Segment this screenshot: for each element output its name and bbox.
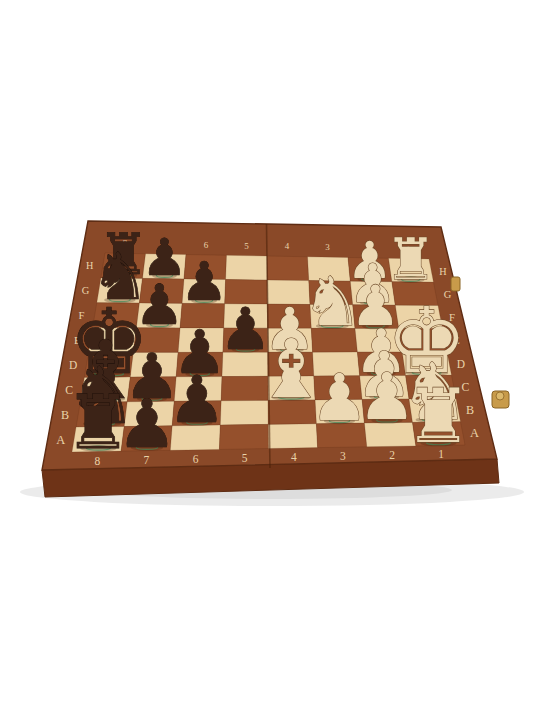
rank-label-far-3: 3: [325, 242, 330, 252]
rank-label-far-6: 6: [204, 240, 209, 250]
rank-label-near-4: 4: [291, 451, 297, 463]
file-label-right-H: H: [439, 266, 447, 277]
piece-a1-white-rook[interactable]: ♜: [405, 372, 472, 460]
piece-a7-black-pawn[interactable]: ♟: [117, 385, 177, 463]
rank-label-far-4: 4: [285, 241, 290, 251]
square-a5[interactable]: [219, 424, 268, 449]
rank-label-far-5: 5: [244, 241, 249, 251]
brass-clasp-knob-icon: [496, 392, 504, 400]
rank-label-near-3: 3: [340, 450, 346, 462]
rank-label-near-6: 6: [193, 453, 199, 465]
rank-label-near-2: 2: [389, 449, 395, 461]
chess-set-photo: HHGGFFEEDDCCBBAA8877665544332211♜♟♟♜♞♟♟♟…: [0, 0, 540, 720]
rank-label-near-5: 5: [242, 452, 248, 464]
square-h5[interactable]: [226, 255, 268, 280]
chessboard: HHGGFFEEDDCCBBAA8877665544332211♜♟♟♜♞♟♟♟…: [0, 0, 540, 720]
